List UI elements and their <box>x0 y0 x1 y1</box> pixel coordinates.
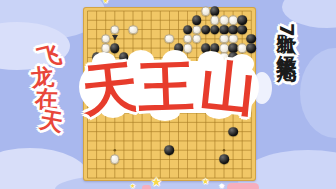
white-stone <box>228 34 238 44</box>
black-stone <box>165 145 175 155</box>
black-stone <box>228 127 238 137</box>
pink-decoration <box>227 183 259 189</box>
title-char-1: 天 <box>79 58 141 120</box>
star-icon: ★ <box>219 183 224 189</box>
white-stone <box>128 25 138 35</box>
pink-decoration <box>142 185 151 189</box>
star-icon: ★ <box>103 0 108 4</box>
left-caption-char-4: 天 <box>38 108 65 135</box>
white-stone <box>101 34 111 44</box>
black-stone <box>192 15 202 25</box>
title-char-2: 王 <box>137 58 195 116</box>
white-stone <box>110 25 120 35</box>
white-stone <box>110 155 120 165</box>
black-stone <box>247 34 257 44</box>
star-icon: ★ <box>151 176 162 188</box>
black-stone <box>219 155 229 165</box>
white-stone <box>165 34 175 44</box>
black-stone <box>110 43 120 53</box>
black-stone <box>210 6 220 16</box>
thumbnail-canvas: 天 王 山 飞 龙 在 天 野狐7级第七局 ★ ★ ★ ★ ★ <box>0 0 336 189</box>
title-char-3: 山 <box>197 57 259 119</box>
black-stone <box>237 15 247 25</box>
cloud-right <box>300 48 336 138</box>
move-marker-arrow <box>112 35 118 40</box>
right-caption: 野狐7级第七局 <box>276 18 298 49</box>
black-stone <box>247 43 257 53</box>
star-icon: ★ <box>130 183 135 189</box>
white-stone <box>183 43 193 53</box>
black-stone <box>237 25 247 35</box>
star-icon: ★ <box>202 178 209 186</box>
white-stone <box>192 34 202 44</box>
